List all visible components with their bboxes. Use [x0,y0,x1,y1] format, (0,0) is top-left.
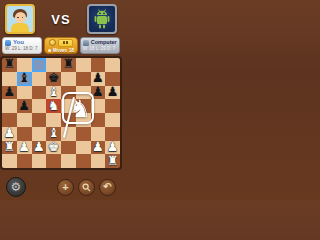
square-g5[interactable] [91,99,106,113]
coin-icon [49,39,56,46]
square-c8[interactable] [32,58,47,72]
magnifier-icon [82,183,91,192]
avatar-shirt [11,23,29,33]
black-rook-e8[interactable]: ♜ [63,58,75,70]
square-g2[interactable]: ♟ [91,141,106,155]
white-rook-h1[interactable]: ♜ [107,154,119,167]
square-d5[interactable]: ♞ [46,99,61,113]
black-rook-a8[interactable]: ♜ [4,58,16,70]
square-h1[interactable]: ♜ [105,154,120,168]
undo-icon: ↶ [103,182,111,192]
white-rook-a2[interactable]: ♜ [4,140,16,153]
square-b1[interactable] [17,154,32,168]
chess-app: { "game": "chess", "position": "r3r3/1b1… [0,0,122,200]
white-bishop-d6[interactable]: ♝ [48,85,60,98]
white-pawn-b2[interactable]: ♟ [18,140,30,153]
white-pawn-g2[interactable]: ♟ [92,140,104,153]
computer-avatar [87,4,117,34]
white-pawn-c2[interactable]: ♟ [33,140,45,153]
player-card-computer: Computer W: 18 L: 29 D: 7 [80,37,120,54]
square-g6[interactable]: ♟ [91,86,106,100]
square-b2[interactable]: ♟ [17,141,32,155]
square-e8[interactable]: ♜ [61,58,76,72]
header: VS [0,0,122,34]
player-card-you: You W: 29 L: 18 D: 7 [2,37,42,54]
moves-label: Moves [53,48,67,53]
white-pawn-h2[interactable]: ♟ [107,140,119,153]
computer-stats: W: 18 L: 29 D: 7 [83,46,117,52]
android-icon [89,6,115,32]
square-f2[interactable] [76,141,91,155]
player-name: You [13,39,24,46]
square-c1[interactable] [32,154,47,168]
hint-button[interactable] [78,179,95,196]
pause-button[interactable] [58,39,73,47]
square-f7[interactable] [76,72,91,86]
square-a1[interactable] [2,154,17,168]
settings-button[interactable]: ⚙ [6,177,26,197]
move-indicator-dot [48,49,51,52]
player-stats: W: 29 L: 18 D: 7 [5,46,39,52]
square-a6[interactable]: ♟ [2,86,17,100]
white-pawn-a3[interactable]: ♟ [4,126,16,139]
computer-name: Computer [91,39,117,46]
square-c6[interactable] [32,86,47,100]
square-h6[interactable]: ♟ [105,86,120,100]
black-king-d7[interactable]: ♚ [48,71,60,84]
square-e5[interactable] [61,99,76,113]
square-e2[interactable] [61,141,76,155]
square-f3[interactable] [76,127,91,141]
plus-icon: + [62,182,68,193]
square-b5[interactable]: ♟ [17,99,32,113]
square-g4[interactable] [91,113,106,127]
square-h8[interactable] [105,58,120,72]
new-game-button[interactable]: + [57,179,74,196]
square-f6[interactable] [76,86,91,100]
square-e4[interactable] [61,113,76,127]
info-row: You W: 29 L: 18 D: 7 Moves 18 Computer W… [0,34,122,54]
gear-icon: ⚙ [11,181,22,193]
center-status-badge: Moves 18 [44,37,77,54]
square-f4[interactable] [76,113,91,127]
undo-button[interactable]: ↶ [99,179,116,196]
black-pawn-g7[interactable]: ♟ [92,71,104,84]
square-h4[interactable] [105,113,120,127]
square-a5[interactable] [2,99,17,113]
square-c4[interactable] [32,113,47,127]
square-d1[interactable] [46,154,61,168]
moves-value: 18 [69,48,74,53]
white-king-d2[interactable]: ♚ [48,140,60,153]
square-e6[interactable] [61,86,76,100]
square-d2[interactable]: ♚ [46,141,61,155]
black-pawn-b5[interactable]: ♟ [18,99,30,112]
white-bishop-d3[interactable]: ♝ [48,126,60,139]
player-avatar [5,4,35,34]
chess-board[interactable]: ♜♜♝♚♟♟♝♟♟♟♞♟♝♜♟♟♚♟♟♜ [2,58,120,168]
square-a8[interactable]: ♜ [2,58,17,72]
square-c2[interactable]: ♟ [32,141,47,155]
player-mini-icon [5,40,11,46]
black-pawn-a6[interactable]: ♟ [4,85,16,98]
black-pawn-g6[interactable]: ♟ [92,85,104,98]
square-e7[interactable] [61,72,76,86]
white-knight-d5[interactable]: ♞ [48,99,60,112]
square-a2[interactable]: ♜ [2,141,17,155]
square-f5[interactable] [76,99,91,113]
square-e3[interactable] [61,127,76,141]
black-pawn-h6[interactable]: ♟ [107,85,119,98]
square-h5[interactable] [105,99,120,113]
computer-mini-icon [83,40,89,46]
square-b7[interactable]: ♝ [17,72,32,86]
black-bishop-b7[interactable]: ♝ [18,71,30,84]
square-c7[interactable] [32,72,47,86]
square-e1[interactable] [61,154,76,168]
square-c5[interactable] [32,99,47,113]
square-b4[interactable] [17,113,32,127]
board-frame: ♜♜♝♚♟♟♝♟♟♟♞♟♝♜♟♟♚♟♟♜ ♞ [0,56,122,170]
square-g1[interactable] [91,154,106,168]
square-f8[interactable] [76,58,91,72]
vs-label: VS [51,12,70,27]
bottom-toolbar: ⚙ + ↶ [0,177,122,197]
square-f1[interactable] [76,154,91,168]
